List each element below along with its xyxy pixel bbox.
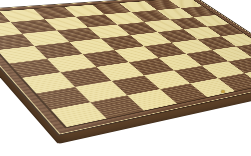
board-frame bbox=[0, 0, 251, 134]
chessboard-photo bbox=[0, 0, 251, 156]
brass-hinge-pin-icon bbox=[221, 90, 225, 93]
